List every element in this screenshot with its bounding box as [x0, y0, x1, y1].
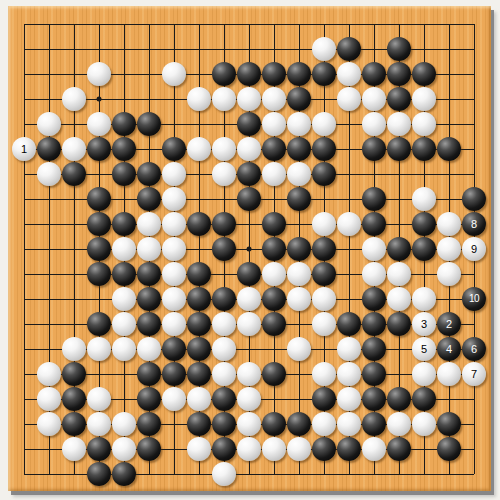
board-intersection[interactable]	[312, 437, 337, 462]
board-intersection[interactable]	[87, 37, 112, 62]
stone-white[interactable]	[237, 137, 261, 161]
stone-black[interactable]	[312, 162, 336, 186]
board-intersection[interactable]	[462, 187, 487, 212]
board-intersection[interactable]	[87, 237, 112, 262]
stone-white[interactable]	[187, 137, 211, 161]
stone-white[interactable]	[37, 112, 61, 136]
stone-black[interactable]	[287, 62, 311, 86]
stone-black[interactable]	[187, 362, 211, 386]
board-intersection[interactable]	[87, 437, 112, 462]
stone-white[interactable]	[337, 337, 361, 361]
board-intersection[interactable]	[337, 412, 362, 437]
board-intersection[interactable]	[62, 387, 87, 412]
board-intersection[interactable]	[437, 362, 462, 387]
board-intersection[interactable]	[187, 87, 212, 112]
board-intersection[interactable]	[137, 237, 162, 262]
stone-white[interactable]	[337, 212, 361, 236]
board-intersection[interactable]	[187, 312, 212, 337]
board-intersection[interactable]	[212, 212, 237, 237]
stone-black[interactable]	[362, 312, 386, 336]
board-intersection[interactable]	[37, 162, 62, 187]
board-intersection[interactable]	[12, 412, 37, 437]
stone-black[interactable]	[262, 362, 286, 386]
stone-black[interactable]	[87, 262, 111, 286]
stone-black[interactable]	[412, 237, 436, 261]
board-intersection[interactable]	[112, 337, 137, 362]
board-intersection[interactable]	[312, 12, 337, 37]
stone-white[interactable]	[212, 312, 236, 336]
board-intersection[interactable]	[337, 12, 362, 37]
board-intersection[interactable]	[362, 262, 387, 287]
board-intersection[interactable]	[362, 37, 387, 62]
board-intersection[interactable]	[212, 437, 237, 462]
board-intersection[interactable]	[62, 87, 87, 112]
board-intersection[interactable]	[112, 262, 137, 287]
stone-black[interactable]	[137, 312, 161, 336]
stone-black[interactable]	[312, 237, 336, 261]
board-intersection[interactable]	[437, 87, 462, 112]
stone-white[interactable]	[37, 387, 61, 411]
board-intersection[interactable]	[187, 337, 212, 362]
stone-black[interactable]	[387, 237, 411, 261]
board-intersection[interactable]	[137, 12, 162, 37]
board-intersection[interactable]	[187, 362, 212, 387]
board-intersection[interactable]	[437, 137, 462, 162]
stone-white[interactable]	[37, 412, 61, 436]
board-intersection[interactable]	[412, 162, 437, 187]
board-intersection[interactable]	[162, 462, 187, 487]
board-intersection[interactable]	[112, 212, 137, 237]
board-intersection[interactable]	[162, 87, 187, 112]
board-intersection[interactable]	[37, 37, 62, 62]
board-intersection[interactable]	[387, 362, 412, 387]
board-intersection[interactable]	[262, 337, 287, 362]
board-intersection[interactable]	[312, 212, 337, 237]
board-intersection[interactable]	[37, 287, 62, 312]
stone-white[interactable]	[62, 137, 86, 161]
board-intersection[interactable]	[312, 187, 337, 212]
board-intersection[interactable]	[62, 287, 87, 312]
stone-white[interactable]	[162, 287, 186, 311]
board-intersection[interactable]	[337, 462, 362, 487]
board-intersection[interactable]	[337, 112, 362, 137]
board-intersection[interactable]	[412, 112, 437, 137]
stone-white[interactable]	[62, 337, 86, 361]
stone-white[interactable]	[62, 87, 86, 111]
board-intersection[interactable]	[387, 287, 412, 312]
board-intersection[interactable]: 7	[462, 362, 487, 387]
board-intersection[interactable]	[162, 112, 187, 137]
board-intersection[interactable]	[362, 87, 387, 112]
stone-black[interactable]	[362, 187, 386, 211]
board-intersection[interactable]	[137, 262, 162, 287]
board-intersection[interactable]	[62, 412, 87, 437]
board-intersection[interactable]	[312, 37, 337, 62]
board-intersection[interactable]	[412, 187, 437, 212]
stone-white[interactable]	[87, 412, 111, 436]
board-intersection[interactable]	[87, 87, 112, 112]
board-intersection[interactable]	[87, 137, 112, 162]
board-intersection[interactable]	[87, 412, 112, 437]
board-intersection[interactable]	[162, 162, 187, 187]
board-intersection[interactable]	[362, 462, 387, 487]
stone-black[interactable]	[387, 312, 411, 336]
board-intersection[interactable]	[237, 362, 262, 387]
stone-black[interactable]	[212, 237, 236, 261]
board-intersection[interactable]	[262, 112, 287, 137]
board-intersection[interactable]	[137, 462, 162, 487]
board-intersection[interactable]	[37, 62, 62, 87]
stone-white[interactable]	[237, 362, 261, 386]
board-intersection[interactable]	[287, 287, 312, 312]
stone-black[interactable]	[412, 212, 436, 236]
board-intersection[interactable]	[237, 112, 262, 137]
board-intersection[interactable]	[337, 212, 362, 237]
board-intersection[interactable]	[387, 437, 412, 462]
board-intersection[interactable]	[87, 462, 112, 487]
stone-black[interactable]	[362, 337, 386, 361]
board-intersection[interactable]	[362, 437, 387, 462]
board-intersection[interactable]	[112, 87, 137, 112]
board-intersection[interactable]	[362, 287, 387, 312]
board-intersection[interactable]	[362, 312, 387, 337]
stone-white[interactable]	[337, 387, 361, 411]
board-intersection[interactable]	[287, 337, 312, 362]
board-intersection[interactable]	[287, 412, 312, 437]
board-intersection[interactable]	[287, 312, 312, 337]
board-intersection[interactable]	[462, 137, 487, 162]
stone-white[interactable]	[212, 162, 236, 186]
stone-white[interactable]	[387, 262, 411, 286]
board-intersection[interactable]	[212, 312, 237, 337]
board-intersection[interactable]	[337, 62, 362, 87]
stone-white[interactable]	[212, 362, 236, 386]
board-intersection[interactable]	[212, 287, 237, 312]
stone-white[interactable]	[262, 162, 286, 186]
stone-white[interactable]	[237, 387, 261, 411]
board-intersection[interactable]	[337, 162, 362, 187]
stone-white[interactable]	[287, 262, 311, 286]
board-intersection[interactable]	[262, 12, 287, 37]
board-intersection[interactable]	[412, 12, 437, 37]
board-intersection[interactable]	[412, 287, 437, 312]
stone-black[interactable]	[237, 112, 261, 136]
board-intersection[interactable]	[112, 62, 137, 87]
stone-white[interactable]	[262, 112, 286, 136]
board-intersection[interactable]	[287, 187, 312, 212]
board-intersection[interactable]	[412, 412, 437, 437]
stone-white[interactable]	[237, 412, 261, 436]
board-intersection[interactable]	[37, 137, 62, 162]
board-intersection[interactable]	[437, 287, 462, 312]
board-intersection[interactable]	[212, 112, 237, 137]
board-intersection[interactable]	[362, 12, 387, 37]
board-intersection[interactable]	[162, 37, 187, 62]
board-intersection[interactable]: 6	[462, 337, 487, 362]
board-intersection[interactable]	[412, 212, 437, 237]
stone-white[interactable]	[287, 337, 311, 361]
stone-white[interactable]	[262, 262, 286, 286]
stone-white[interactable]	[287, 112, 311, 136]
board-intersection[interactable]	[37, 262, 62, 287]
stone-black[interactable]	[262, 312, 286, 336]
stone-white[interactable]	[287, 437, 311, 461]
board-intersection[interactable]	[62, 12, 87, 37]
board-intersection[interactable]	[412, 137, 437, 162]
stone-white[interactable]	[337, 412, 361, 436]
board-intersection[interactable]	[462, 62, 487, 87]
board-intersection[interactable]	[337, 262, 362, 287]
board-intersection[interactable]	[87, 187, 112, 212]
stone-white[interactable]	[387, 287, 411, 311]
board-intersection[interactable]	[237, 462, 262, 487]
board-intersection[interactable]	[12, 162, 37, 187]
board-intersection[interactable]	[37, 362, 62, 387]
board-intersection[interactable]	[237, 387, 262, 412]
board-intersection[interactable]	[162, 137, 187, 162]
board-intersection[interactable]	[237, 237, 262, 262]
board-intersection[interactable]	[262, 312, 287, 337]
board-intersection[interactable]	[362, 387, 387, 412]
board-intersection[interactable]	[62, 212, 87, 237]
board-intersection[interactable]	[262, 262, 287, 287]
stone-black[interactable]	[437, 412, 461, 436]
board-intersection[interactable]	[312, 262, 337, 287]
board-intersection[interactable]	[387, 37, 412, 62]
stone-black[interactable]	[387, 137, 411, 161]
board-intersection[interactable]	[137, 162, 162, 187]
stone-white[interactable]	[337, 362, 361, 386]
board-intersection[interactable]	[362, 162, 387, 187]
stone-white[interactable]	[212, 462, 236, 486]
stone-black[interactable]	[262, 62, 286, 86]
board-intersection[interactable]	[262, 237, 287, 262]
board-intersection[interactable]	[287, 37, 312, 62]
board-intersection[interactable]	[12, 212, 37, 237]
board-intersection[interactable]	[312, 362, 337, 387]
board-intersection[interactable]	[412, 362, 437, 387]
board-intersection[interactable]	[212, 12, 237, 37]
stone-black[interactable]	[87, 187, 111, 211]
stone-black[interactable]	[112, 162, 136, 186]
board-intersection[interactable]: 9	[462, 237, 487, 262]
stone-white[interactable]	[387, 112, 411, 136]
stone-black[interactable]	[62, 162, 86, 186]
board-intersection[interactable]	[312, 412, 337, 437]
stone-black[interactable]	[212, 412, 236, 436]
board-intersection[interactable]	[212, 137, 237, 162]
board-intersection[interactable]	[462, 312, 487, 337]
stone-black[interactable]	[262, 137, 286, 161]
board-intersection[interactable]	[437, 162, 462, 187]
board-intersection[interactable]	[162, 187, 187, 212]
board-intersection[interactable]	[62, 37, 87, 62]
board-intersection[interactable]	[87, 387, 112, 412]
board-intersection[interactable]	[37, 237, 62, 262]
board-intersection[interactable]	[87, 262, 112, 287]
board-intersection[interactable]	[437, 412, 462, 437]
board-intersection[interactable]	[12, 37, 37, 62]
stone-white[interactable]	[212, 137, 236, 161]
stone-black[interactable]	[137, 362, 161, 386]
board-intersection[interactable]	[62, 262, 87, 287]
board-intersection[interactable]	[187, 262, 212, 287]
board-intersection[interactable]	[462, 462, 487, 487]
board-intersection[interactable]	[212, 262, 237, 287]
board-intersection[interactable]	[462, 437, 487, 462]
board-intersection[interactable]	[262, 62, 287, 87]
board-intersection[interactable]	[187, 12, 212, 37]
board-intersection[interactable]	[62, 112, 87, 137]
stone-black[interactable]	[112, 112, 136, 136]
stone-white[interactable]	[162, 62, 186, 86]
stone-white[interactable]	[237, 87, 261, 111]
stone-black[interactable]	[312, 62, 336, 86]
board-intersection[interactable]	[37, 387, 62, 412]
board-intersection[interactable]	[37, 437, 62, 462]
stone-black[interactable]	[287, 412, 311, 436]
stone-white[interactable]	[287, 162, 311, 186]
board-intersection[interactable]	[262, 162, 287, 187]
stone-white[interactable]	[312, 287, 336, 311]
stone-black[interactable]	[387, 37, 411, 61]
board-intersection[interactable]	[312, 137, 337, 162]
board-intersection[interactable]	[137, 437, 162, 462]
board-intersection[interactable]	[12, 312, 37, 337]
board-intersection[interactable]	[387, 412, 412, 437]
stone-black[interactable]	[312, 262, 336, 286]
board-intersection[interactable]	[137, 362, 162, 387]
board-intersection[interactable]	[437, 437, 462, 462]
board-intersection[interactable]	[112, 462, 137, 487]
board-intersection[interactable]	[212, 37, 237, 62]
stone-white[interactable]	[412, 412, 436, 436]
board-intersection[interactable]	[137, 87, 162, 112]
stone-black[interactable]	[387, 437, 411, 461]
board-intersection[interactable]	[37, 87, 62, 112]
stone-white[interactable]	[237, 437, 261, 461]
board-intersection[interactable]	[237, 212, 262, 237]
board-intersection[interactable]	[287, 112, 312, 137]
stone-black[interactable]	[137, 437, 161, 461]
stone-white[interactable]	[87, 62, 111, 86]
stone-white[interactable]	[437, 262, 461, 286]
stone-white[interactable]	[312, 312, 336, 336]
board-intersection[interactable]	[437, 62, 462, 87]
board-intersection[interactable]	[412, 237, 437, 262]
board-intersection[interactable]	[237, 137, 262, 162]
board-intersection[interactable]	[87, 12, 112, 37]
board-intersection[interactable]	[162, 212, 187, 237]
stone-black[interactable]: 4	[437, 337, 461, 361]
stone-black[interactable]	[362, 137, 386, 161]
board-intersection[interactable]	[387, 187, 412, 212]
board-intersection[interactable]	[112, 37, 137, 62]
board-intersection[interactable]	[137, 62, 162, 87]
stone-white[interactable]	[362, 262, 386, 286]
board-intersection[interactable]	[312, 287, 337, 312]
board-intersection[interactable]	[87, 287, 112, 312]
stone-white[interactable]	[137, 337, 161, 361]
board-intersection[interactable]	[137, 412, 162, 437]
stone-white[interactable]	[437, 212, 461, 236]
board-intersection[interactable]	[362, 362, 387, 387]
board-intersection[interactable]	[137, 212, 162, 237]
board-intersection[interactable]	[62, 337, 87, 362]
board-intersection[interactable]	[387, 112, 412, 137]
stone-white[interactable]	[312, 212, 336, 236]
board-intersection[interactable]: 3	[412, 312, 437, 337]
board-intersection[interactable]	[87, 362, 112, 387]
stone-black[interactable]	[312, 387, 336, 411]
board-intersection[interactable]	[387, 387, 412, 412]
board-intersection[interactable]	[162, 387, 187, 412]
stone-black[interactable]	[287, 137, 311, 161]
board-intersection[interactable]	[412, 387, 437, 412]
board-intersection[interactable]	[337, 237, 362, 262]
board-intersection[interactable]	[462, 112, 487, 137]
stone-white[interactable]: 9	[462, 237, 486, 261]
board-intersection[interactable]	[137, 387, 162, 412]
stone-black[interactable]	[187, 312, 211, 336]
board-intersection[interactable]	[362, 212, 387, 237]
board-intersection[interactable]	[287, 137, 312, 162]
stone-black[interactable]	[462, 187, 486, 211]
stone-white[interactable]	[162, 312, 186, 336]
stone-white[interactable]	[312, 112, 336, 136]
stone-black[interactable]	[87, 462, 111, 486]
board-intersection[interactable]	[462, 387, 487, 412]
stone-white[interactable]	[312, 37, 336, 61]
stone-black[interactable]	[137, 262, 161, 286]
board-intersection[interactable]	[362, 337, 387, 362]
stone-black[interactable]	[187, 212, 211, 236]
board-intersection[interactable]	[212, 187, 237, 212]
board-intersection[interactable]	[112, 387, 137, 412]
board-intersection[interactable]	[287, 162, 312, 187]
board-intersection[interactable]	[212, 387, 237, 412]
stone-white[interactable]	[237, 287, 261, 311]
board-intersection[interactable]	[187, 212, 212, 237]
stone-white[interactable]	[237, 312, 261, 336]
stone-white[interactable]	[337, 62, 361, 86]
board-intersection[interactable]	[37, 212, 62, 237]
board-intersection[interactable]	[337, 187, 362, 212]
board-intersection[interactable]	[162, 362, 187, 387]
board-intersection[interactable]	[387, 12, 412, 37]
board-intersection[interactable]	[212, 62, 237, 87]
board-intersection[interactable]	[262, 212, 287, 237]
board-intersection[interactable]	[62, 362, 87, 387]
board-intersection[interactable]	[212, 462, 237, 487]
board-intersection[interactable]	[37, 12, 62, 37]
board-intersection[interactable]	[87, 212, 112, 237]
stone-black[interactable]	[37, 137, 61, 161]
board-intersection[interactable]	[312, 237, 337, 262]
board-intersection[interactable]	[212, 237, 237, 262]
stone-black[interactable]	[237, 187, 261, 211]
board-intersection[interactable]	[12, 287, 37, 312]
board-intersection[interactable]: 5	[412, 337, 437, 362]
board-intersection[interactable]	[112, 287, 137, 312]
board-intersection[interactable]	[287, 237, 312, 262]
board-intersection[interactable]	[337, 337, 362, 362]
stone-black[interactable]	[387, 62, 411, 86]
board-intersection[interactable]	[187, 162, 212, 187]
board-intersection[interactable]	[387, 462, 412, 487]
board-intersection[interactable]	[112, 437, 137, 462]
board-intersection[interactable]	[387, 212, 412, 237]
